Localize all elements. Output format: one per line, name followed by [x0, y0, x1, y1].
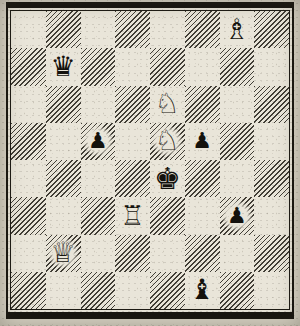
- square-g3[interactable]: ♟: [220, 197, 255, 234]
- square-g5[interactable]: [220, 123, 255, 160]
- square-c1[interactable]: [81, 272, 116, 309]
- square-c5[interactable]: ♟: [81, 123, 116, 160]
- square-e4[interactable]: ♚: [150, 160, 185, 197]
- square-d6[interactable]: [115, 86, 150, 123]
- square-g7[interactable]: [220, 48, 255, 85]
- black-pawn: ♟: [186, 125, 218, 157]
- square-e1[interactable]: [150, 272, 185, 309]
- square-b2[interactable]: ♕: [46, 235, 81, 272]
- square-d7[interactable]: [115, 48, 150, 85]
- square-g8[interactable]: ♗: [220, 11, 255, 48]
- square-a4[interactable]: [11, 160, 46, 197]
- square-b1[interactable]: [46, 272, 81, 309]
- square-b3[interactable]: [46, 197, 81, 234]
- square-f4[interactable]: [185, 160, 220, 197]
- square-b5[interactable]: [46, 123, 81, 160]
- square-d5[interactable]: [115, 123, 150, 160]
- square-a6[interactable]: [11, 86, 46, 123]
- newspaper-chess-diagram: ♗♛♘♟♘♟♚♖♟♕♝: [0, 0, 300, 326]
- square-d2[interactable]: [115, 235, 150, 272]
- square-f6[interactable]: [185, 86, 220, 123]
- square-d4[interactable]: [115, 160, 150, 197]
- square-a1[interactable]: [11, 272, 46, 309]
- black-king: ♚: [151, 163, 183, 195]
- diagram-frame-inner: ♗♛♘♟♘♟♚♖♟♕♝: [10, 10, 290, 310]
- square-f2[interactable]: [185, 235, 220, 272]
- square-a5[interactable]: [11, 123, 46, 160]
- square-c3[interactable]: [81, 197, 116, 234]
- square-h5[interactable]: [254, 123, 289, 160]
- black-bishop: ♝: [186, 274, 218, 306]
- white-knight: ♘: [151, 125, 183, 157]
- square-h8[interactable]: [254, 11, 289, 48]
- black-queen: ♛: [47, 51, 79, 83]
- square-b8[interactable]: [46, 11, 81, 48]
- square-f5[interactable]: ♟: [185, 123, 220, 160]
- square-f3[interactable]: [185, 197, 220, 234]
- diagram-frame: ♗♛♘♟♘♟♚♖♟♕♝: [6, 2, 294, 319]
- square-c7[interactable]: [81, 48, 116, 85]
- square-c6[interactable]: [81, 86, 116, 123]
- square-c4[interactable]: [81, 160, 116, 197]
- square-h3[interactable]: [254, 197, 289, 234]
- square-f8[interactable]: [185, 11, 220, 48]
- square-h7[interactable]: [254, 48, 289, 85]
- white-queen: ♕: [47, 237, 79, 269]
- square-d3[interactable]: ♖: [115, 197, 150, 234]
- black-pawn: ♟: [221, 200, 253, 232]
- square-b7[interactable]: ♛: [46, 48, 81, 85]
- square-h2[interactable]: [254, 235, 289, 272]
- square-e3[interactable]: [150, 197, 185, 234]
- square-b6[interactable]: [46, 86, 81, 123]
- square-g1[interactable]: [220, 272, 255, 309]
- square-g4[interactable]: [220, 160, 255, 197]
- square-g2[interactable]: [220, 235, 255, 272]
- square-d8[interactable]: [115, 11, 150, 48]
- square-e6[interactable]: ♘: [150, 86, 185, 123]
- square-a8[interactable]: [11, 11, 46, 48]
- square-h1[interactable]: [254, 272, 289, 309]
- square-b4[interactable]: [46, 160, 81, 197]
- square-e7[interactable]: [150, 48, 185, 85]
- square-c2[interactable]: [81, 235, 116, 272]
- white-knight: ♘: [151, 88, 183, 120]
- square-a3[interactable]: [11, 197, 46, 234]
- square-f1[interactable]: ♝: [185, 272, 220, 309]
- square-h6[interactable]: [254, 86, 289, 123]
- square-h4[interactable]: [254, 160, 289, 197]
- square-g6[interactable]: [220, 86, 255, 123]
- square-a7[interactable]: [11, 48, 46, 85]
- square-d1[interactable]: [115, 272, 150, 309]
- white-bishop: ♗: [221, 14, 253, 46]
- square-c8[interactable]: [81, 11, 116, 48]
- square-e2[interactable]: [150, 235, 185, 272]
- chess-board: ♗♛♘♟♘♟♚♖♟♕♝: [11, 11, 289, 309]
- white-rook: ♖: [117, 200, 149, 232]
- square-e5[interactable]: ♘: [150, 123, 185, 160]
- square-a2[interactable]: [11, 235, 46, 272]
- square-e8[interactable]: [150, 11, 185, 48]
- black-pawn: ♟: [82, 125, 114, 157]
- square-f7[interactable]: [185, 48, 220, 85]
